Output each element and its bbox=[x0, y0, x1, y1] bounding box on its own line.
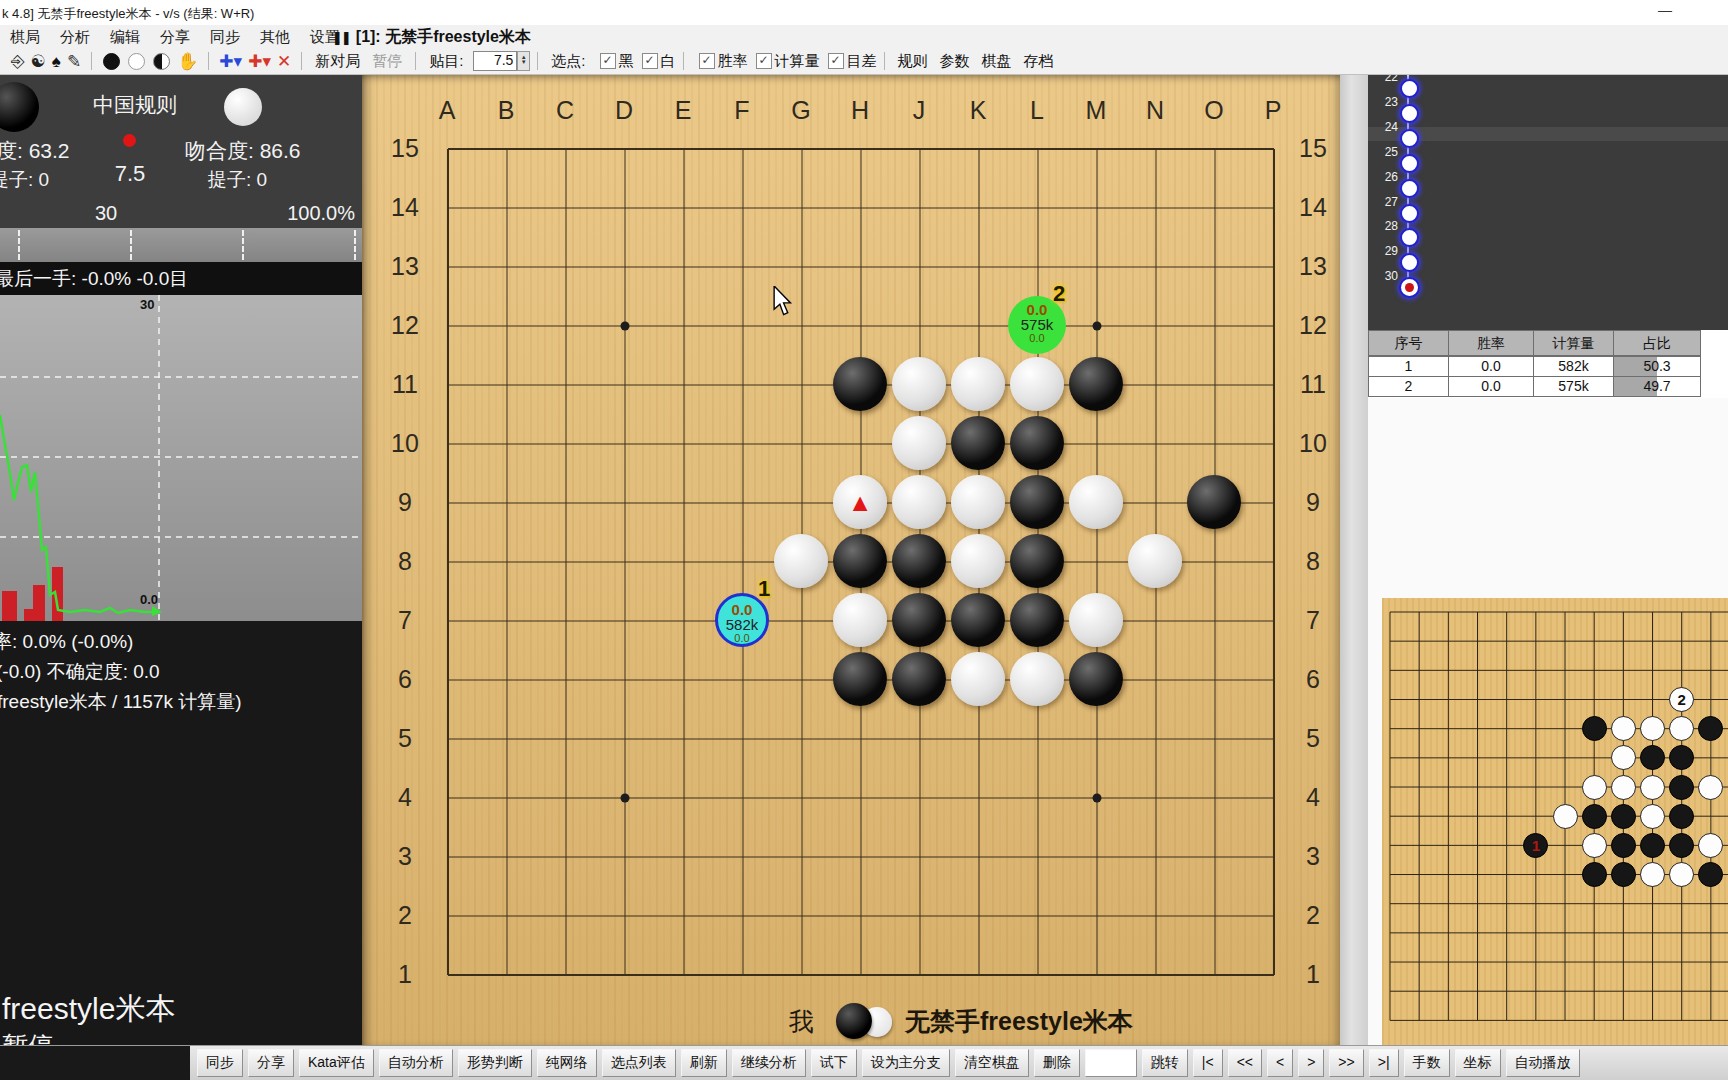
col-label-M: M bbox=[1081, 96, 1111, 125]
col-label-L: L bbox=[1022, 96, 1052, 125]
col-label-C: C bbox=[550, 96, 580, 125]
row-label-left-2: 2 bbox=[385, 901, 425, 930]
mini-black-stone-L8 bbox=[1669, 804, 1694, 829]
toolbar-separator bbox=[208, 52, 209, 70]
select-label: 选点: bbox=[551, 52, 585, 71]
toolbar-参数[interactable]: 参数 bbox=[940, 52, 970, 71]
hand-icon[interactable]: ✋ bbox=[177, 53, 198, 70]
bottom-button-设为主分支[interactable]: 设为主分支 bbox=[862, 1049, 950, 1077]
menu-棋局[interactable]: 棋局 bbox=[0, 25, 50, 50]
row-label-right-11: 11 bbox=[1293, 370, 1333, 399]
mini-black-stone-L9 bbox=[1669, 775, 1694, 800]
analysis-side-panel: 中国规则 度: 63.2 吻合度: 86.6 7.5 提子: 0 提子: 0 3… bbox=[0, 75, 362, 1080]
bottom-button-自动分析[interactable]: 自动分析 bbox=[379, 1049, 453, 1077]
menu-同步[interactable]: 同步 bbox=[200, 25, 250, 50]
col-label-H: H bbox=[845, 96, 875, 125]
checkbox-黑[interactable]: ✓ bbox=[600, 53, 616, 69]
mini-white-stone-K6 bbox=[1640, 862, 1665, 887]
stats-panel: 率: 0.0% (-0.0%) (-0.0) 不确定度: 0.0 freesty… bbox=[0, 621, 362, 1080]
row-label-right-3: 3 bbox=[1293, 842, 1333, 871]
checkbox-label: 胜率 bbox=[718, 52, 748, 71]
black-stone-L7[interactable] bbox=[1010, 593, 1064, 647]
col-label-G: G bbox=[786, 96, 816, 125]
bottom-button-<[interactable]: < bbox=[1267, 1049, 1293, 1077]
checkbox-label: 计算量 bbox=[775, 52, 820, 71]
white-stone-G8[interactable] bbox=[774, 534, 828, 588]
pencil-icon[interactable]: ✎ bbox=[67, 53, 81, 70]
row-label-left-8: 8 bbox=[385, 547, 425, 576]
move-node-25[interactable] bbox=[1400, 154, 1419, 173]
row-label-right-8: 8 bbox=[1293, 547, 1333, 576]
toolbar-separator bbox=[91, 52, 92, 70]
col-label-N: N bbox=[1140, 96, 1170, 125]
black-stone-K7[interactable] bbox=[951, 593, 1005, 647]
row-label-right-5: 5 bbox=[1293, 724, 1333, 753]
komi-value: 7.5 bbox=[100, 161, 160, 187]
mini-white-stone-K9 bbox=[1640, 775, 1665, 800]
move-number-30: 30 bbox=[1372, 269, 1398, 283]
white-stone-M9[interactable] bbox=[1069, 475, 1123, 529]
black-stone-L10[interactable] bbox=[1010, 416, 1064, 470]
table-header-计算量: 计算量 bbox=[1533, 330, 1614, 356]
table-cell[interactable]: 0.0 bbox=[1448, 356, 1534, 377]
white-stone-tool[interactable] bbox=[128, 53, 145, 70]
move-node-23[interactable] bbox=[1400, 104, 1419, 123]
row-label-left-11: 11 bbox=[385, 370, 425, 399]
bottom-button-分享[interactable]: 分享 bbox=[248, 1049, 294, 1077]
table-cell[interactable]: 49.7 bbox=[1613, 376, 1701, 397]
white-stone-K9[interactable] bbox=[951, 475, 1005, 529]
mini-black-stone-H11 bbox=[1582, 716, 1607, 741]
candidate-rank-2: 2 bbox=[1053, 281, 1065, 307]
window-title: k 4.8] 无禁手freestyle米本 - v/s (结果: W+R) bbox=[2, 5, 254, 23]
black-stone-H6[interactable] bbox=[833, 652, 887, 706]
row-label-right-9: 9 bbox=[1293, 488, 1333, 517]
table-cell[interactable]: 50.3 bbox=[1613, 356, 1701, 377]
bottom-button->|[interactable]: >| bbox=[1369, 1049, 1399, 1077]
mini-black-stone-J8 bbox=[1611, 804, 1636, 829]
col-label-J: J bbox=[904, 96, 934, 125]
bottom-button-Kata评估[interactable]: Kata评估 bbox=[299, 1049, 374, 1077]
col-label-O: O bbox=[1199, 96, 1229, 125]
stat-engine: freestyle米本 / 1157k 计算量) bbox=[0, 689, 360, 715]
toolbar-存档[interactable]: 存档 bbox=[1024, 52, 1054, 71]
bottom-button-|<[interactable]: |< bbox=[1193, 1049, 1223, 1077]
bottom-button-删除[interactable]: 删除 bbox=[1034, 1049, 1080, 1077]
exit-icon[interactable]: ⎆ bbox=[11, 53, 25, 70]
row-label-left-9: 9 bbox=[385, 488, 425, 517]
mini-white-stone-K8 bbox=[1640, 804, 1665, 829]
move-number-27: 27 bbox=[1372, 195, 1398, 209]
checkbox-label: 黑 bbox=[619, 52, 634, 71]
col-label-K: K bbox=[963, 96, 993, 125]
white-stone-J10[interactable] bbox=[892, 416, 946, 470]
white-stone-K11[interactable] bbox=[951, 357, 1005, 411]
half-stone-tool[interactable] bbox=[153, 53, 170, 70]
bottom-button-<<[interactable]: << bbox=[1228, 1049, 1262, 1077]
stat-winrate: 率: 0.0% (-0.0%) bbox=[0, 629, 360, 655]
table-header-序号: 序号 bbox=[1368, 330, 1449, 356]
mini-white-stone-H7 bbox=[1582, 833, 1607, 858]
move-number-25: 25 bbox=[1372, 145, 1398, 159]
toolbar-棋盘[interactable]: 棋盘 bbox=[982, 52, 1012, 71]
spade-icon[interactable]: ♠ bbox=[52, 53, 61, 70]
white-stone-J11[interactable] bbox=[892, 357, 946, 411]
black-player-stone-icon bbox=[0, 82, 39, 132]
share-value: 49.7 bbox=[1614, 377, 1700, 395]
move-number-28: 28 bbox=[1372, 219, 1398, 233]
toolbar-规则[interactable]: 规则 bbox=[898, 52, 928, 71]
black-stone-H8[interactable] bbox=[833, 534, 887, 588]
move-node-30[interactable] bbox=[1399, 277, 1420, 298]
candidate-rank-1: 1 bbox=[758, 576, 770, 602]
mini-white-stone-G8 bbox=[1553, 804, 1578, 829]
white-stone-M7[interactable] bbox=[1069, 593, 1123, 647]
black-stone-M11[interactable] bbox=[1069, 357, 1123, 411]
red-x-icon[interactable]: ✕ bbox=[277, 53, 291, 70]
black-stone-M6[interactable] bbox=[1069, 652, 1123, 706]
white-stone-L6[interactable] bbox=[1010, 652, 1064, 706]
row-label-left-6: 6 bbox=[385, 665, 425, 694]
toolbar-separator bbox=[884, 52, 885, 70]
row-label-left-15: 15 bbox=[385, 134, 425, 163]
bottom-button-选点列表[interactable]: 选点列表 bbox=[602, 1049, 676, 1077]
toolbar-separator bbox=[415, 52, 416, 70]
mini-black-stone-J7 bbox=[1611, 833, 1636, 858]
move-node-24[interactable] bbox=[1400, 129, 1419, 148]
move-number-29: 29 bbox=[1372, 244, 1398, 258]
komi-label: 贴目: bbox=[429, 52, 463, 71]
board-footer-me: 我 bbox=[789, 1005, 814, 1038]
session-label: ❚❚[1]: 无禁手freestyle米本 bbox=[332, 27, 531, 48]
col-label-E: E bbox=[668, 96, 698, 125]
move-node-22[interactable] bbox=[1400, 79, 1419, 98]
move-number-24: 24 bbox=[1372, 120, 1398, 134]
black-stone-J7[interactable] bbox=[892, 593, 946, 647]
white-stone-K8[interactable] bbox=[951, 534, 1005, 588]
black-stone-tool[interactable] bbox=[103, 53, 120, 70]
toolbar-separator bbox=[537, 52, 538, 70]
board-footer-name: 无禁手freestyle米本 bbox=[905, 1005, 1133, 1038]
bottom-button-跳转[interactable]: 跳转 bbox=[1142, 1049, 1188, 1077]
red-cross-icon[interactable]: ✚▾ bbox=[248, 53, 271, 70]
bottom-button-清空棋盘[interactable]: 清空棋盘 bbox=[955, 1049, 1029, 1077]
white-captures: 提子: 0 bbox=[208, 167, 267, 193]
winrate-graph[interactable]: 300.0 bbox=[0, 295, 362, 621]
player-color-black-stone bbox=[836, 1003, 872, 1039]
move-number-26: 26 bbox=[1372, 170, 1398, 184]
blue-cross-icon[interactable]: ✚▾ bbox=[219, 53, 242, 70]
row-label-left-3: 3 bbox=[385, 842, 425, 871]
move-number-23: 23 bbox=[1372, 95, 1398, 109]
bottom-button-手数[interactable]: 手数 bbox=[1404, 1049, 1450, 1077]
move-node-27[interactable] bbox=[1400, 204, 1419, 223]
white-stone-H7[interactable] bbox=[833, 593, 887, 647]
bottom-button-刷新[interactable]: 刷新 bbox=[681, 1049, 727, 1077]
bottom-button-同步[interactable]: 同步 bbox=[197, 1049, 243, 1077]
bottom-button-纯网络[interactable]: 纯网络 bbox=[537, 1049, 597, 1077]
checkbox-label: 目差 bbox=[847, 52, 877, 71]
mini-white-stone-M9 bbox=[1698, 775, 1723, 800]
row-label-right-1: 1 bbox=[1293, 960, 1333, 989]
mini-black-stone-L7 bbox=[1669, 833, 1694, 858]
bottom-dark-strip bbox=[0, 1046, 190, 1080]
current-move-dot bbox=[1405, 283, 1414, 292]
bottom-button->>[interactable]: >> bbox=[1329, 1049, 1363, 1077]
col-label-A: A bbox=[432, 96, 462, 125]
white-match-label: 吻合度: 86.6 bbox=[185, 137, 301, 165]
row-label-left-4: 4 bbox=[385, 783, 425, 812]
row-label-right-6: 6 bbox=[1293, 665, 1333, 694]
move-node-29[interactable] bbox=[1400, 253, 1419, 272]
row-label-left-13: 13 bbox=[385, 252, 425, 281]
bottom-button-坐标[interactable]: 坐标 bbox=[1455, 1049, 1501, 1077]
title-bar: k 4.8] 无禁手freestyle米本 - v/s (结果: W+R) — bbox=[0, 0, 1728, 25]
checkbox-目差[interactable]: ✓ bbox=[828, 53, 844, 69]
candidate-table[interactable]: 序号胜率计算量占比10.0582k50.320.0575k49.7 bbox=[1368, 330, 1728, 398]
black-stone-J8[interactable] bbox=[892, 534, 946, 588]
row-label-right-2: 2 bbox=[1293, 901, 1333, 930]
row-label-left-7: 7 bbox=[385, 606, 425, 635]
row-label-left-1: 1 bbox=[385, 960, 425, 989]
last-move-marker: ▲ bbox=[833, 475, 887, 529]
row-label-right-10: 10 bbox=[1293, 429, 1333, 458]
menu-其他[interactable]: 其他 bbox=[250, 25, 300, 50]
toolbar: ⎆☯♠✎✋✚▾✚▾✕新对局暂停贴目:7.5▲▼选点:✓黑✓白✓胜率✓计算量✓目差… bbox=[0, 48, 1728, 75]
komi-spinner[interactable]: ▲▼ bbox=[517, 51, 530, 71]
analysis-progress: 100.0% bbox=[240, 202, 355, 225]
toolbar-separator bbox=[683, 52, 684, 70]
komi-marker-dot bbox=[123, 134, 136, 147]
bottom-button-继续分析[interactable]: 继续分析 bbox=[732, 1049, 806, 1077]
new-game-button[interactable]: 新对局 bbox=[315, 52, 360, 71]
seek-tick bbox=[354, 230, 356, 260]
bottom-toolbar: 同步分享Kata评估自动分析形势判断纯网络选点列表刷新继续分析试下设为主分支清空… bbox=[0, 1045, 1728, 1080]
komi-input[interactable]: 7.5 bbox=[473, 51, 517, 71]
mini-black-stone-K7 bbox=[1640, 833, 1665, 858]
bottom-button->[interactable]: > bbox=[1298, 1049, 1324, 1077]
checkbox-胜率[interactable]: ✓ bbox=[699, 53, 715, 69]
row-label-left-12: 12 bbox=[385, 311, 425, 340]
minimize-button[interactable]: — bbox=[1650, 2, 1680, 18]
bottom-button-试下[interactable]: 试下 bbox=[811, 1049, 857, 1077]
col-label-P: P bbox=[1258, 96, 1288, 125]
row-label-left-10: 10 bbox=[385, 429, 425, 458]
menu-分享[interactable]: 分享 bbox=[150, 25, 200, 50]
row-label-right-7: 7 bbox=[1293, 606, 1333, 635]
white-stone-N8[interactable] bbox=[1128, 534, 1182, 588]
seek-tick bbox=[242, 230, 244, 260]
variation-preview-board[interactable]: 12 bbox=[1382, 598, 1728, 1045]
move-tree[interactable]: 222324252627282930 bbox=[1368, 75, 1728, 330]
toolbar-separator bbox=[301, 52, 302, 70]
mini-black-stone-H6 bbox=[1582, 862, 1607, 887]
row-label-right-12: 12 bbox=[1293, 311, 1333, 340]
black-stone-K10[interactable] bbox=[951, 416, 1005, 470]
menu-items: 棋局分析编辑分享同步其他设置 bbox=[0, 28, 350, 45]
panel-divider bbox=[1340, 75, 1368, 1080]
col-label-D: D bbox=[609, 96, 639, 125]
row-label-right-14: 14 bbox=[1293, 193, 1333, 222]
row-label-left-5: 5 bbox=[385, 724, 425, 753]
mini-white-stone-H9 bbox=[1582, 775, 1607, 800]
black-stone-L8[interactable] bbox=[1010, 534, 1064, 588]
seek-tick bbox=[130, 230, 132, 260]
table-header-胜率: 胜率 bbox=[1448, 330, 1534, 356]
mini-black-stone-H8 bbox=[1582, 804, 1607, 829]
white-stone-J9[interactable] bbox=[892, 475, 946, 529]
black-stone-L9[interactable] bbox=[1010, 475, 1064, 529]
share-value: 50.3 bbox=[1614, 357, 1700, 375]
seek-tick bbox=[18, 230, 20, 260]
table-cell[interactable]: 575k bbox=[1533, 376, 1614, 397]
engine-name: freestyle米本 bbox=[2, 989, 175, 1030]
move-number: 30 bbox=[95, 202, 117, 225]
move-number-22: 22 bbox=[1372, 75, 1398, 84]
table-header-占比: 占比 bbox=[1613, 330, 1701, 356]
col-label-F: F bbox=[727, 96, 757, 125]
main-board[interactable]: ABCDEFGHJKLMNOP1515141413131212111110109… bbox=[362, 75, 1340, 1045]
white-stone-L11[interactable] bbox=[1010, 357, 1064, 411]
mini-white-stone-J11 bbox=[1611, 716, 1636, 741]
black-match-label: 度: 63.2 bbox=[0, 137, 70, 165]
row-label-right-4: 4 bbox=[1293, 783, 1333, 812]
svg-text:0.0: 0.0 bbox=[140, 592, 158, 607]
checkbox-白[interactable]: ✓ bbox=[642, 53, 658, 69]
row-label-left-14: 14 bbox=[385, 193, 425, 222]
white-player-stone-icon bbox=[224, 88, 262, 126]
rules-label: 中国规则 bbox=[60, 91, 210, 119]
bottom-button-自动播放[interactable]: 自动播放 bbox=[1506, 1049, 1580, 1077]
table-cell[interactable]: 1 bbox=[1368, 356, 1449, 377]
pause-button[interactable]: 暂停 bbox=[372, 52, 402, 71]
mini-white-stone-J9 bbox=[1611, 775, 1636, 800]
move-node-26[interactable] bbox=[1400, 179, 1419, 198]
jump-move-input[interactable] bbox=[1085, 1049, 1137, 1077]
black-stone-O9[interactable] bbox=[1187, 475, 1241, 529]
white-stone-K6[interactable] bbox=[951, 652, 1005, 706]
menu-bar: 棋局分析编辑分享同步其他设置 ❚❚[1]: 无禁手freestyle米本 bbox=[0, 25, 1728, 49]
menu-编辑[interactable]: 编辑 bbox=[100, 25, 150, 50]
last-move-delta-bar: 最后一手: -0.0% -0.0目 bbox=[0, 262, 362, 295]
checkbox-label: 白 bbox=[661, 52, 676, 71]
right-panel: 222324252627282930 序号胜率计算量占比10.0582k50.3… bbox=[1368, 75, 1728, 1080]
black-stone-J6[interactable] bbox=[892, 652, 946, 706]
row-label-right-15: 15 bbox=[1293, 134, 1333, 163]
table-cell[interactable]: 582k bbox=[1533, 356, 1614, 377]
checkbox-计算量[interactable]: ✓ bbox=[756, 53, 772, 69]
move-node-28[interactable] bbox=[1400, 228, 1419, 247]
move-seek-bar[interactable] bbox=[0, 228, 362, 262]
black-captures: 提子: 0 bbox=[0, 167, 49, 193]
stat-score: (-0.0) 不确定度: 0.0 bbox=[0, 659, 360, 685]
row-label-right-13: 13 bbox=[1293, 252, 1333, 281]
mini-black-stone-J6 bbox=[1611, 862, 1636, 887]
yinyang-icon[interactable]: ☯ bbox=[31, 53, 46, 70]
table-cell[interactable]: 0.0 bbox=[1448, 376, 1534, 397]
svg-text:30: 30 bbox=[140, 297, 154, 312]
pause-icon: ❚❚ bbox=[332, 30, 350, 45]
black-stone-H11[interactable] bbox=[833, 357, 887, 411]
menu-分析[interactable]: 分析 bbox=[50, 25, 100, 50]
bottom-button-形势判断[interactable]: 形势判断 bbox=[458, 1049, 532, 1077]
col-label-B: B bbox=[491, 96, 521, 125]
table-cell[interactable]: 2 bbox=[1368, 376, 1449, 397]
